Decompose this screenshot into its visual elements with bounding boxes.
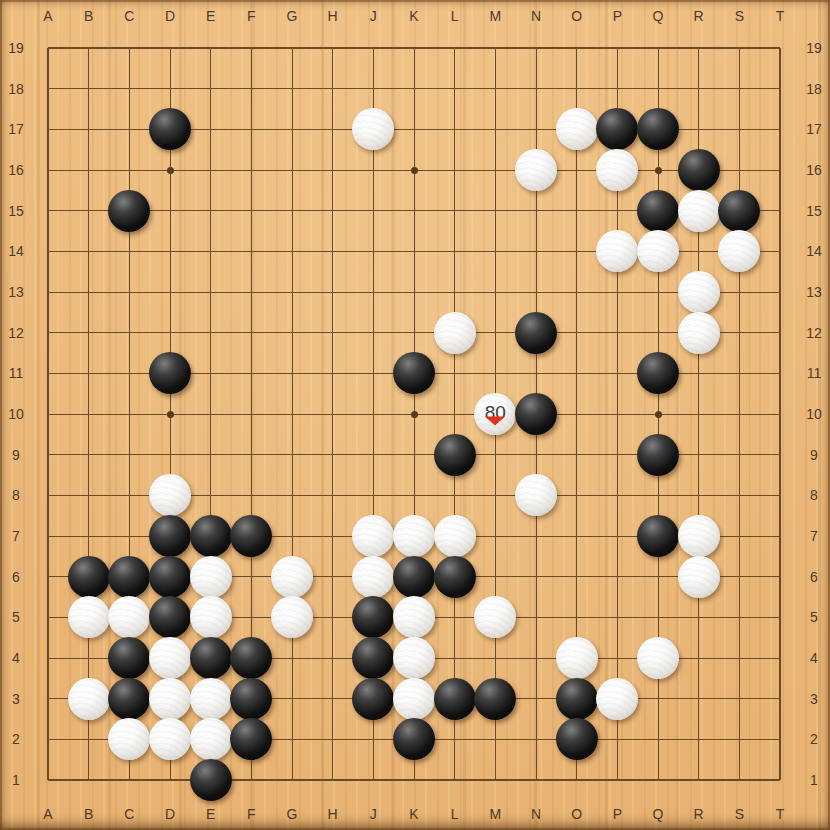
stone-black-Q11[interactable] xyxy=(637,352,679,394)
col-label-bottom-C: C xyxy=(116,805,142,823)
col-label-top-B: B xyxy=(76,7,102,25)
col-label-top-F: F xyxy=(238,7,264,25)
stone-black-J4[interactable] xyxy=(352,637,394,679)
col-label-top-C: C xyxy=(116,7,142,25)
stone-white-O4[interactable] xyxy=(556,637,598,679)
col-label-top-N: N xyxy=(523,7,549,25)
col-label-top-Q: Q xyxy=(645,7,671,25)
star-point-Q16 xyxy=(655,167,662,174)
stone-black-N12[interactable] xyxy=(515,312,557,354)
stone-white-J7[interactable] xyxy=(352,515,394,557)
col-label-top-S: S xyxy=(726,7,752,25)
stone-black-Q9[interactable] xyxy=(637,434,679,476)
stone-black-C6[interactable] xyxy=(108,556,150,598)
row-label-left-4: 4 xyxy=(3,649,29,667)
row-label-right-18: 18 xyxy=(801,80,827,98)
row-label-left-11: 11 xyxy=(3,364,29,382)
stone-white-D8[interactable] xyxy=(149,474,191,516)
col-label-top-D: D xyxy=(157,7,183,25)
star-point-K10 xyxy=(411,411,418,418)
stone-white-E2[interactable] xyxy=(190,718,232,760)
stone-black-K6[interactable] xyxy=(393,556,435,598)
stone-white-Q4[interactable] xyxy=(637,637,679,679)
stone-black-D11[interactable] xyxy=(149,352,191,394)
col-label-bottom-R: R xyxy=(686,805,712,823)
stone-black-D17[interactable] xyxy=(149,108,191,150)
col-label-top-O: O xyxy=(564,7,590,25)
row-label-left-19: 19 xyxy=(3,39,29,57)
col-label-top-J: J xyxy=(360,7,386,25)
stone-black-C3[interactable] xyxy=(108,678,150,720)
row-label-left-12: 12 xyxy=(3,324,29,342)
stone-white-R15[interactable] xyxy=(678,190,720,232)
col-label-bottom-T: T xyxy=(767,805,793,823)
stone-black-F4[interactable] xyxy=(230,637,272,679)
stone-white-K3[interactable] xyxy=(393,678,435,720)
col-label-top-P: P xyxy=(604,7,630,25)
stone-white-P3[interactable] xyxy=(596,678,638,720)
stone-white-D4[interactable] xyxy=(149,637,191,679)
col-label-bottom-E: E xyxy=(198,805,224,823)
stone-white-D2[interactable] xyxy=(149,718,191,760)
grid-line-vertical-T xyxy=(779,48,781,780)
stone-white-G5[interactable] xyxy=(271,596,313,638)
row-label-right-11: 11 xyxy=(801,364,827,382)
star-point-D10 xyxy=(167,411,174,418)
row-label-right-17: 17 xyxy=(801,120,827,138)
col-label-bottom-N: N xyxy=(523,805,549,823)
stone-white-S14[interactable] xyxy=(718,230,760,272)
stone-black-M3[interactable] xyxy=(474,678,516,720)
stone-black-F2[interactable] xyxy=(230,718,272,760)
col-label-top-E: E xyxy=(198,7,224,25)
stone-black-K11[interactable] xyxy=(393,352,435,394)
stone-black-E1[interactable] xyxy=(190,759,232,801)
stone-white-P14[interactable] xyxy=(596,230,638,272)
row-label-right-13: 13 xyxy=(801,283,827,301)
col-label-bottom-Q: Q xyxy=(645,805,671,823)
row-label-left-15: 15 xyxy=(3,202,29,220)
stone-black-D6[interactable] xyxy=(149,556,191,598)
stone-black-R16[interactable] xyxy=(678,149,720,191)
stone-black-D5[interactable] xyxy=(149,596,191,638)
stone-black-L6[interactable] xyxy=(434,556,476,598)
row-label-right-5: 5 xyxy=(801,608,827,626)
col-label-bottom-A: A xyxy=(35,805,61,823)
row-label-right-19: 19 xyxy=(801,39,827,57)
row-label-right-15: 15 xyxy=(801,202,827,220)
col-label-bottom-S: S xyxy=(726,805,752,823)
col-label-top-H: H xyxy=(320,7,346,25)
stone-white-K4[interactable] xyxy=(393,637,435,679)
stone-white-J17[interactable] xyxy=(352,108,394,150)
row-label-right-4: 4 xyxy=(801,649,827,667)
stone-black-P17[interactable] xyxy=(596,108,638,150)
row-label-left-9: 9 xyxy=(3,446,29,464)
col-label-top-G: G xyxy=(279,7,305,25)
stone-white-D3[interactable] xyxy=(149,678,191,720)
row-label-left-2: 2 xyxy=(3,730,29,748)
stone-white-R12[interactable] xyxy=(678,312,720,354)
col-label-bottom-G: G xyxy=(279,805,305,823)
grid-line-horizontal-1 xyxy=(48,779,780,781)
col-label-bottom-H: H xyxy=(320,805,346,823)
col-label-bottom-P: P xyxy=(604,805,630,823)
stone-black-J5[interactable] xyxy=(352,596,394,638)
col-label-bottom-B: B xyxy=(76,805,102,823)
col-label-top-L: L xyxy=(442,7,468,25)
stone-black-S15[interactable] xyxy=(718,190,760,232)
star-point-Q10 xyxy=(655,411,662,418)
col-label-bottom-O: O xyxy=(564,805,590,823)
star-point-D16 xyxy=(167,167,174,174)
row-label-right-3: 3 xyxy=(801,690,827,708)
row-label-right-8: 8 xyxy=(801,486,827,504)
stone-white-E3[interactable] xyxy=(190,678,232,720)
col-label-bottom-F: F xyxy=(238,805,264,823)
stone-black-Q7[interactable] xyxy=(637,515,679,557)
stone-black-K2[interactable] xyxy=(393,718,435,760)
star-point-K16 xyxy=(411,167,418,174)
col-label-top-T: T xyxy=(767,7,793,25)
col-label-top-M: M xyxy=(482,7,508,25)
stone-black-F3[interactable] xyxy=(230,678,272,720)
stone-white-M5[interactable] xyxy=(474,596,516,638)
stone-white-R13[interactable] xyxy=(678,271,720,313)
row-label-left-1: 1 xyxy=(3,771,29,789)
row-label-right-1: 1 xyxy=(801,771,827,789)
stone-black-Q15[interactable] xyxy=(637,190,679,232)
stone-white-E6[interactable] xyxy=(190,556,232,598)
stone-black-O3[interactable] xyxy=(556,678,598,720)
stone-black-E4[interactable] xyxy=(190,637,232,679)
row-label-left-7: 7 xyxy=(3,527,29,545)
stone-white-C2[interactable] xyxy=(108,718,150,760)
col-label-bottom-K: K xyxy=(401,805,427,823)
stone-black-Q17[interactable] xyxy=(637,108,679,150)
grid-line-vertical-L xyxy=(454,48,455,780)
row-label-right-10: 10 xyxy=(801,405,827,423)
stone-black-L9[interactable] xyxy=(434,434,476,476)
stone-white-P16[interactable] xyxy=(596,149,638,191)
stone-black-C4[interactable] xyxy=(108,637,150,679)
stone-white-L12[interactable] xyxy=(434,312,476,354)
stone-black-B6[interactable] xyxy=(68,556,110,598)
col-label-bottom-L: L xyxy=(442,805,468,823)
stone-white-N8[interactable] xyxy=(515,474,557,516)
col-label-top-A: A xyxy=(35,7,61,25)
stone-white-C5[interactable] xyxy=(108,596,150,638)
stone-black-F7[interactable] xyxy=(230,515,272,557)
stone-white-G6[interactable] xyxy=(271,556,313,598)
stone-white-M10[interactable]: 80 xyxy=(474,393,516,435)
col-label-top-R: R xyxy=(686,7,712,25)
stone-black-D7[interactable] xyxy=(149,515,191,557)
stone-black-O2[interactable] xyxy=(556,718,598,760)
stone-black-N10[interactable] xyxy=(515,393,557,435)
row-label-left-16: 16 xyxy=(3,161,29,179)
stone-white-K5[interactable] xyxy=(393,596,435,638)
stone-white-B3[interactable] xyxy=(68,678,110,720)
row-label-right-16: 16 xyxy=(801,161,827,179)
col-label-bottom-D: D xyxy=(157,805,183,823)
row-label-right-14: 14 xyxy=(801,242,827,260)
row-label-left-18: 18 xyxy=(3,80,29,98)
row-label-left-6: 6 xyxy=(3,568,29,586)
stone-white-N16[interactable] xyxy=(515,149,557,191)
col-label-bottom-J: J xyxy=(360,805,386,823)
row-label-left-17: 17 xyxy=(3,120,29,138)
stone-white-K7[interactable] xyxy=(393,515,435,557)
stone-white-R6[interactable] xyxy=(678,556,720,598)
go-board: AABBCCDDEEFFGGHHJJKKLLMMNNOOPPQQRRSSTT19… xyxy=(0,0,830,830)
col-label-bottom-M: M xyxy=(482,805,508,823)
stone-white-E5[interactable] xyxy=(190,596,232,638)
stone-white-J6[interactable] xyxy=(352,556,394,598)
col-label-top-K: K xyxy=(401,7,427,25)
row-label-right-2: 2 xyxy=(801,730,827,748)
stone-white-L7[interactable] xyxy=(434,515,476,557)
row-label-left-5: 5 xyxy=(3,608,29,626)
row-label-right-7: 7 xyxy=(801,527,827,545)
row-label-left-10: 10 xyxy=(3,405,29,423)
stone-white-R7[interactable] xyxy=(678,515,720,557)
row-label-right-6: 6 xyxy=(801,568,827,586)
stone-black-C15[interactable] xyxy=(108,190,150,232)
row-label-left-13: 13 xyxy=(3,283,29,301)
stone-black-E7[interactable] xyxy=(190,515,232,557)
row-label-left-3: 3 xyxy=(3,690,29,708)
stone-white-B5[interactable] xyxy=(68,596,110,638)
last-move-marker-triangle-icon xyxy=(485,417,505,426)
stone-black-L3[interactable] xyxy=(434,678,476,720)
row-label-right-9: 9 xyxy=(801,446,827,464)
grid-line-vertical-S xyxy=(739,48,740,780)
stone-black-J3[interactable] xyxy=(352,678,394,720)
stone-white-Q14[interactable] xyxy=(637,230,679,272)
row-label-left-8: 8 xyxy=(3,486,29,504)
stone-white-O17[interactable] xyxy=(556,108,598,150)
row-label-left-14: 14 xyxy=(3,242,29,260)
row-label-right-12: 12 xyxy=(801,324,827,342)
